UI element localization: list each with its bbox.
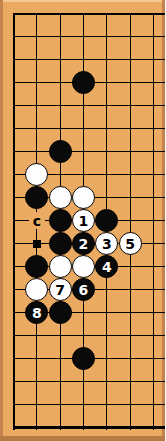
stone-black-B11[interactable]	[25, 186, 48, 209]
grid-line-horizontal	[13, 59, 166, 60]
stone-black-D7[interactable]: 6	[72, 278, 95, 301]
square-marker-B9	[33, 240, 41, 248]
stone-black-D16[interactable]	[72, 71, 95, 94]
grid-line-horizontal	[13, 335, 166, 336]
grid-line-vertical	[130, 13, 131, 431]
move-number: 5	[125, 236, 135, 250]
grid-line-vertical	[13, 13, 15, 431]
stone-white-B7[interactable]	[25, 278, 48, 301]
grid-line-horizontal	[13, 151, 166, 152]
board-edge-highlight-top	[0, 0, 165, 2]
move-number: 3	[102, 236, 112, 250]
stone-white-B12[interactable]	[25, 163, 48, 186]
stone-white-F9[interactable]: 5	[119, 232, 142, 255]
grid-line-horizontal	[13, 426, 166, 429]
grid-line-vertical	[153, 13, 154, 431]
grid-line-horizontal	[13, 128, 166, 129]
stone-black-C9[interactable]	[49, 232, 72, 255]
grid-line-horizontal	[13, 381, 166, 382]
board-edge-shadow-left	[0, 0, 3, 441]
stone-white-C7[interactable]: 7	[49, 278, 72, 301]
move-number: 8	[32, 305, 42, 319]
stone-black-C10[interactable]	[49, 209, 72, 232]
grid-line-horizontal	[13, 105, 166, 106]
stone-black-C6[interactable]	[49, 301, 72, 324]
stone-white-E9[interactable]: 3	[95, 232, 118, 255]
stone-black-C13[interactable]	[49, 140, 72, 163]
stone-black-E10[interactable]	[95, 209, 118, 232]
go-board[interactable]: 12354768c	[0, 0, 165, 441]
stone-white-D10[interactable]: 1	[72, 209, 95, 232]
move-number: 4	[102, 259, 112, 273]
stone-white-D11[interactable]	[72, 186, 95, 209]
stone-white-D8[interactable]	[72, 255, 95, 278]
move-number: 2	[79, 236, 89, 250]
move-number: 7	[55, 282, 65, 296]
grid-line-horizontal	[13, 13, 166, 15]
stone-black-D4[interactable]	[72, 347, 95, 370]
stone-white-C11[interactable]	[49, 186, 72, 209]
stone-white-C8[interactable]	[49, 255, 72, 278]
board-edge-shadow-bottom	[0, 436, 165, 441]
stone-black-E8[interactable]: 4	[95, 255, 118, 278]
grid-line-horizontal	[13, 404, 166, 405]
move-number: 1	[79, 213, 89, 227]
stone-black-B8[interactable]	[25, 255, 48, 278]
grid-line-horizontal	[13, 36, 166, 37]
label-point-B10[interactable]: c	[29, 212, 45, 229]
stone-black-D9[interactable]: 2	[72, 232, 95, 255]
stone-black-B6[interactable]: 8	[25, 301, 48, 324]
move-number: 6	[79, 282, 89, 296]
